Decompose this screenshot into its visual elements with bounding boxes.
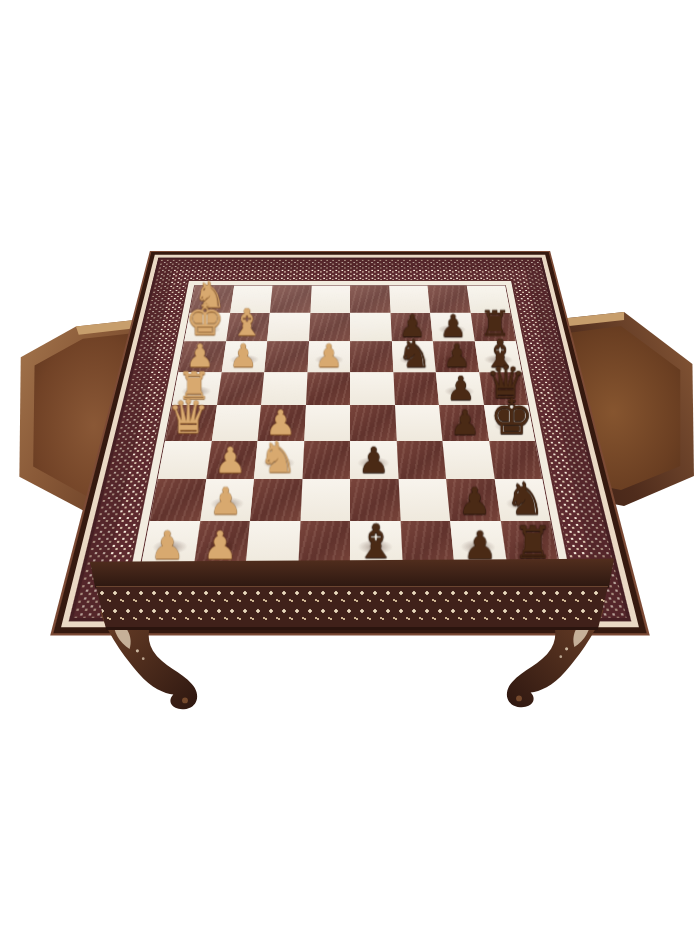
square-b6[interactable] xyxy=(398,479,450,521)
piece-black-N-b8[interactable]: ♞ xyxy=(505,478,545,518)
square-a6[interactable] xyxy=(400,521,454,566)
square-a3[interactable] xyxy=(246,521,300,566)
square-d8[interactable]: ♚ xyxy=(484,405,535,441)
square-d4[interactable] xyxy=(304,405,350,441)
square-e4[interactable] xyxy=(306,372,351,405)
square-d5[interactable] xyxy=(350,405,396,441)
product-photo-scene: ♞♚♝♟♟♜♟♟♟♞♟♝♜♟♛♛♟♟♚♟♞♟♟♟♞♟♟♝♟♜ xyxy=(0,0,700,933)
square-c5[interactable]: ♟ xyxy=(350,441,398,479)
square-h3[interactable] xyxy=(270,286,311,313)
piece-white-P-f4[interactable]: ♟ xyxy=(314,342,342,371)
square-c4[interactable] xyxy=(302,441,350,479)
square-f2[interactable]: ♟ xyxy=(221,341,267,372)
square-h5[interactable] xyxy=(350,286,390,313)
square-b1[interactable] xyxy=(150,479,206,521)
square-b4[interactable] xyxy=(300,479,350,521)
square-c2[interactable]: ♟ xyxy=(206,441,258,479)
board-frame: ♞♚♝♟♟♜♟♟♟♞♟♝♜♟♛♛♟♟♚♟♞♟♟♟♞♟♟♝♟♜ xyxy=(127,280,573,576)
piece-black-K-d8[interactable]: ♚ xyxy=(490,395,534,439)
square-e6[interactable] xyxy=(393,372,439,405)
square-d7[interactable]: ♟ xyxy=(439,405,489,441)
square-b3[interactable] xyxy=(250,479,302,521)
piece-black-N-f6[interactable]: ♞ xyxy=(397,335,432,370)
square-a4[interactable] xyxy=(298,521,350,566)
square-a2[interactable]: ♟ xyxy=(193,521,250,566)
square-f7[interactable]: ♟ xyxy=(433,341,479,372)
piece-white-P-a2[interactable]: ♟ xyxy=(202,528,237,563)
piece-black-R-a8[interactable]: ♜ xyxy=(512,523,552,563)
piece-black-P-d7[interactable]: ♟ xyxy=(450,408,481,439)
chess-board[interactable]: ♞♚♝♟♟♜♟♟♟♞♟♝♜♟♛♛♟♟♚♟♞♟♟♟♞♟♟♝♟♜ xyxy=(141,286,559,566)
piece-black-P-c5[interactable]: ♟ xyxy=(358,445,390,477)
square-c7[interactable] xyxy=(442,441,494,479)
piece-white-P-a1[interactable]: ♟ xyxy=(150,528,185,563)
square-a8[interactable]: ♜ xyxy=(500,521,559,566)
square-f5[interactable] xyxy=(350,341,393,372)
piece-black-P-f7[interactable]: ♟ xyxy=(443,342,471,371)
square-d1[interactable]: ♛ xyxy=(165,405,216,441)
table-apron-inlay xyxy=(96,586,608,630)
square-b8[interactable]: ♞ xyxy=(494,479,550,521)
square-a1[interactable]: ♟ xyxy=(141,521,200,566)
piece-black-P-a7[interactable]: ♟ xyxy=(463,528,498,563)
square-e5[interactable] xyxy=(350,372,395,405)
piece-white-Q-d1[interactable]: ♛ xyxy=(168,396,210,438)
square-c3[interactable]: ♞ xyxy=(254,441,304,479)
piece-black-P-g7[interactable]: ♟ xyxy=(440,312,467,340)
square-f4[interactable]: ♟ xyxy=(307,341,350,372)
piece-black-P-b7[interactable]: ♟ xyxy=(458,485,491,518)
tabletop-scene: ♞♚♝♟♟♜♟♟♟♞♟♝♜♟♛♛♟♟♚♟♞♟♟♟♞♟♟♝♟♜ xyxy=(0,0,700,933)
square-b7[interactable]: ♟ xyxy=(446,479,500,521)
square-f3[interactable] xyxy=(264,341,308,372)
square-b2[interactable]: ♟ xyxy=(200,479,254,521)
square-c1[interactable] xyxy=(158,441,212,479)
square-a7[interactable]: ♟ xyxy=(450,521,507,566)
square-c6[interactable] xyxy=(396,441,446,479)
piece-black-P-e7[interactable]: ♟ xyxy=(446,373,476,403)
piece-white-N-c3[interactable]: ♞ xyxy=(259,438,298,477)
square-e3[interactable] xyxy=(261,372,307,405)
square-d2[interactable] xyxy=(211,405,261,441)
square-d6[interactable] xyxy=(395,405,443,441)
square-a5[interactable]: ♝ xyxy=(350,521,402,566)
piece-white-B-g2[interactable]: ♝ xyxy=(230,306,263,339)
square-g5[interactable] xyxy=(350,313,391,342)
square-g3[interactable] xyxy=(267,313,310,342)
piece-white-P-b2[interactable]: ♟ xyxy=(209,485,242,518)
square-h4[interactable] xyxy=(310,286,350,313)
piece-white-K-g1[interactable]: ♚ xyxy=(186,300,225,339)
piece-black-B-a5[interactable]: ♝ xyxy=(355,521,397,563)
piece-white-P-f2[interactable]: ♟ xyxy=(229,342,257,371)
square-e7[interactable]: ♟ xyxy=(436,372,484,405)
square-e2[interactable] xyxy=(217,372,265,405)
square-f6[interactable]: ♞ xyxy=(391,341,435,372)
piece-white-P-c2[interactable]: ♟ xyxy=(214,445,246,477)
